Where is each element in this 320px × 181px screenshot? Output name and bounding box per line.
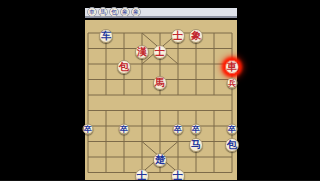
red-piece-象[interactable]: 象	[189, 29, 203, 43]
blue-piece-卒[interactable]: 卒	[191, 124, 202, 135]
red-piece-士[interactable]: 士	[171, 29, 185, 43]
red-piece-士[interactable]: 士	[153, 45, 167, 59]
red-piece-馬[interactable]: 馬	[153, 76, 167, 90]
blue-piece-车[interactable]: 车	[99, 29, 113, 43]
blue-piece-卒[interactable]: 卒	[227, 124, 238, 135]
red-piece-兵[interactable]: 兵	[227, 77, 238, 88]
blue-piece-卒[interactable]: 卒	[173, 124, 184, 135]
blue-piece-包[interactable]: 包	[225, 138, 239, 152]
pieces-layer: 车士象漢士包車馬兵卒卒卒卒卒马包楚士士	[0, 0, 320, 180]
video-frame: 車馬包象象 车士象漢士包車馬兵卒卒卒卒卒马包楚士士	[0, 0, 320, 180]
selected-red-piece-車[interactable]: 車	[225, 60, 239, 74]
blue-piece-楚[interactable]: 楚	[153, 153, 167, 167]
blue-piece-卒[interactable]: 卒	[83, 124, 94, 135]
blue-piece-士[interactable]: 士	[171, 169, 185, 181]
red-piece-包[interactable]: 包	[117, 60, 131, 74]
blue-piece-士[interactable]: 士	[135, 169, 149, 181]
blue-piece-卒[interactable]: 卒	[119, 124, 130, 135]
blue-piece-马[interactable]: 马	[189, 138, 203, 152]
red-piece-漢[interactable]: 漢	[135, 45, 149, 59]
